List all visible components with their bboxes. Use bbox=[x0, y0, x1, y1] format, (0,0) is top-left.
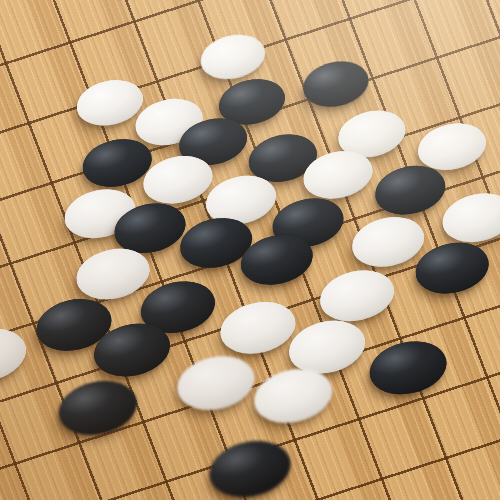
black-stone-glyph: ● bbox=[268, 213, 349, 232]
white-stone-glyph: ○ bbox=[284, 337, 370, 357]
go-stone-black: ● bbox=[364, 334, 451, 401]
go-stone-white: ○ bbox=[438, 187, 500, 249]
white-stone-glyph: ○ bbox=[315, 286, 399, 306]
white-stone-glyph: ○ bbox=[196, 48, 269, 65]
black-stone-glyph: ● bbox=[175, 233, 257, 252]
white-stone-glyph: ○ bbox=[249, 386, 338, 407]
white-stone-glyph: ○ bbox=[0, 345, 31, 365]
black-stone-glyph: ● bbox=[53, 397, 142, 418]
black-stone-glyph: ● bbox=[236, 250, 318, 269]
go-stone-black: ● bbox=[204, 434, 296, 500]
white-stone-glyph: ○ bbox=[438, 208, 500, 227]
white-stone-glyph: ○ bbox=[413, 138, 490, 156]
go-stone-white: ○ bbox=[315, 264, 399, 329]
black-stone-glyph: ● bbox=[110, 218, 191, 237]
go-stone-white: ○ bbox=[0, 322, 31, 389]
black-stone-glyph: ● bbox=[411, 258, 494, 278]
white-stone-glyph: ○ bbox=[139, 171, 218, 190]
go-stone-white: ○ bbox=[172, 349, 260, 417]
go-stone-black: ● bbox=[299, 55, 374, 113]
black-stone-glyph: ● bbox=[78, 154, 156, 172]
white-stone-glyph: ○ bbox=[334, 125, 411, 143]
black-stone-glyph: ● bbox=[174, 133, 251, 151]
black-stone-glyph: ● bbox=[364, 358, 451, 379]
white-stone-glyph: ○ bbox=[299, 166, 378, 185]
black-stone-glyph: ● bbox=[89, 340, 175, 360]
black-stone-glyph: ● bbox=[204, 458, 296, 480]
black-stone-glyph: ● bbox=[214, 93, 289, 111]
black-stone-glyph: ● bbox=[136, 297, 221, 317]
black-stone-glyph: ● bbox=[299, 75, 374, 93]
white-stone-glyph: ○ bbox=[215, 318, 300, 338]
go-stone-black: ● bbox=[53, 374, 142, 443]
stones-layer: ○●●○○○●○●●○○●○○○●●○●●●○○●●○○●○●○○●● bbox=[0, 0, 500, 500]
go-board-photo: ○●●○○○●○●●○○●○○○●●○●●●○○●●○○●○●○○●● bbox=[0, 0, 500, 500]
black-stone-glyph: ● bbox=[370, 181, 449, 200]
white-stone-glyph: ○ bbox=[72, 94, 147, 112]
white-stone-glyph: ○ bbox=[201, 191, 281, 210]
black-stone-glyph: ● bbox=[31, 315, 116, 335]
go-stone-white: ○ bbox=[196, 29, 269, 86]
white-stone-glyph: ○ bbox=[172, 373, 260, 394]
white-stone-glyph: ○ bbox=[71, 264, 154, 284]
go-stone-black: ● bbox=[411, 236, 494, 300]
white-stone-glyph: ○ bbox=[347, 232, 429, 251]
